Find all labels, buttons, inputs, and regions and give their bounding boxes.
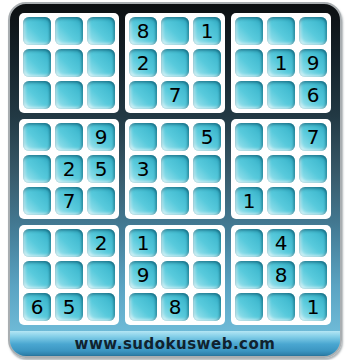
cell-r4c4[interactable] — [129, 123, 157, 151]
cell-r2c3[interactable] — [87, 49, 115, 77]
sudoku-board: 812719692575371265198481 www.sudokusweb.… — [8, 2, 342, 358]
cell-r3c8[interactable] — [267, 81, 295, 109]
cell-r8c4[interactable]: 9 — [129, 261, 157, 289]
cell-r8c7[interactable] — [235, 261, 263, 289]
cell-r3c1[interactable] — [23, 81, 51, 109]
cell-r4c3[interactable]: 9 — [87, 123, 115, 151]
cell-r5c9[interactable] — [299, 155, 327, 183]
cell-r9c2[interactable]: 5 — [55, 293, 83, 321]
cell-r6c4[interactable] — [129, 187, 157, 215]
cell-r7c9[interactable] — [299, 229, 327, 257]
cell-r6c3[interactable] — [87, 187, 115, 215]
box-4: 9257 — [19, 119, 119, 219]
cell-r2c2[interactable] — [55, 49, 83, 77]
cell-r8c5[interactable] — [161, 261, 189, 289]
cell-r5c1[interactable] — [23, 155, 51, 183]
cell-r7c8[interactable]: 4 — [267, 229, 295, 257]
cell-r1c4[interactable]: 8 — [129, 17, 157, 45]
cell-r2c4[interactable]: 2 — [129, 49, 157, 77]
cell-r3c7[interactable] — [235, 81, 263, 109]
box-7: 265 — [19, 225, 119, 325]
cell-r5c3[interactable]: 5 — [87, 155, 115, 183]
cell-r2c7[interactable] — [235, 49, 263, 77]
cell-r6c5[interactable] — [161, 187, 189, 215]
cell-r8c9[interactable] — [299, 261, 327, 289]
cell-r5c5[interactable] — [161, 155, 189, 183]
cell-r2c5[interactable] — [161, 49, 189, 77]
cell-r9c5[interactable]: 8 — [161, 293, 189, 321]
cell-r7c2[interactable] — [55, 229, 83, 257]
cell-r5c4[interactable]: 3 — [129, 155, 157, 183]
cell-r7c4[interactable]: 1 — [129, 229, 157, 257]
cell-r9c6[interactable] — [193, 293, 221, 321]
cell-r6c7[interactable]: 1 — [235, 187, 263, 215]
box-1 — [19, 13, 119, 113]
cell-r3c9[interactable]: 6 — [299, 81, 327, 109]
cell-r2c8[interactable]: 1 — [267, 49, 295, 77]
sudoku-grid: 812719692575371265198481 — [19, 13, 331, 325]
cell-r9c3[interactable] — [87, 293, 115, 321]
box-6: 71 — [231, 119, 331, 219]
cell-r8c1[interactable] — [23, 261, 51, 289]
cell-r7c1[interactable] — [23, 229, 51, 257]
cell-r9c9[interactable]: 1 — [299, 293, 327, 321]
cell-r1c6[interactable]: 1 — [193, 17, 221, 45]
footer-banner: www.sudokusweb.com — [10, 331, 340, 356]
cell-r4c9[interactable]: 7 — [299, 123, 327, 151]
cell-r2c9[interactable]: 9 — [299, 49, 327, 77]
cell-r7c5[interactable] — [161, 229, 189, 257]
cell-r6c6[interactable] — [193, 187, 221, 215]
cell-r1c9[interactable] — [299, 17, 327, 45]
cell-r8c3[interactable] — [87, 261, 115, 289]
cell-r8c6[interactable] — [193, 261, 221, 289]
cell-r1c8[interactable] — [267, 17, 295, 45]
cell-r4c6[interactable]: 5 — [193, 123, 221, 151]
cell-r1c2[interactable] — [55, 17, 83, 45]
cell-r9c1[interactable]: 6 — [23, 293, 51, 321]
box-8: 198 — [125, 225, 225, 325]
cell-r4c1[interactable] — [23, 123, 51, 151]
cell-r9c8[interactable] — [267, 293, 295, 321]
cell-r3c3[interactable] — [87, 81, 115, 109]
cell-r1c1[interactable] — [23, 17, 51, 45]
cell-r1c5[interactable] — [161, 17, 189, 45]
cell-r2c1[interactable] — [23, 49, 51, 77]
cell-r9c7[interactable] — [235, 293, 263, 321]
cell-r4c2[interactable] — [55, 123, 83, 151]
box-2: 8127 — [125, 13, 225, 113]
cell-r6c2[interactable]: 7 — [55, 187, 83, 215]
cell-r5c2[interactable]: 2 — [55, 155, 83, 183]
cell-r5c7[interactable] — [235, 155, 263, 183]
cell-r1c3[interactable] — [87, 17, 115, 45]
cell-r3c2[interactable] — [55, 81, 83, 109]
cell-r5c8[interactable] — [267, 155, 295, 183]
cell-r2c6[interactable] — [193, 49, 221, 77]
cell-r5c6[interactable] — [193, 155, 221, 183]
cell-r8c8[interactable]: 8 — [267, 261, 295, 289]
cell-r6c9[interactable] — [299, 187, 327, 215]
cell-r7c6[interactable] — [193, 229, 221, 257]
cell-r3c6[interactable] — [193, 81, 221, 109]
cell-r6c8[interactable] — [267, 187, 295, 215]
cell-r3c5[interactable]: 7 — [161, 81, 189, 109]
cell-r9c4[interactable] — [129, 293, 157, 321]
cell-r7c3[interactable]: 2 — [87, 229, 115, 257]
cell-r1c7[interactable] — [235, 17, 263, 45]
box-9: 481 — [231, 225, 331, 325]
cell-r4c7[interactable] — [235, 123, 263, 151]
cell-r8c2[interactable] — [55, 261, 83, 289]
box-3: 196 — [231, 13, 331, 113]
website-url: www.sudokusweb.com — [75, 335, 276, 353]
cell-r4c8[interactable] — [267, 123, 295, 151]
cell-r7c7[interactable] — [235, 229, 263, 257]
cell-r3c4[interactable] — [129, 81, 157, 109]
cell-r4c5[interactable] — [161, 123, 189, 151]
box-5: 53 — [125, 119, 225, 219]
cell-r6c1[interactable] — [23, 187, 51, 215]
